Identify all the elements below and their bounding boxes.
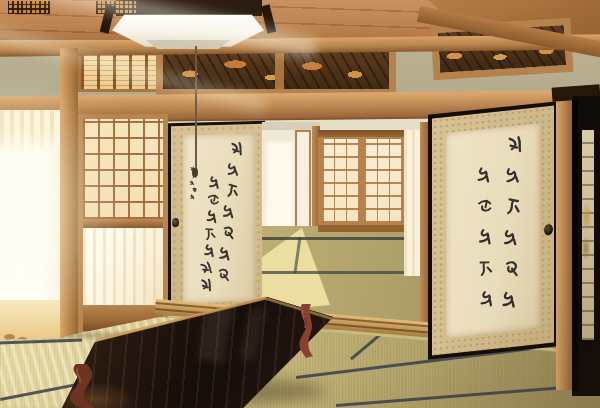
alcove-black-frame xyxy=(572,100,578,392)
shoji-screen xyxy=(320,137,361,225)
table-leg xyxy=(292,304,318,358)
lantern-cord-knob xyxy=(192,168,198,177)
calligraphy-strokes-left xyxy=(183,133,255,303)
calligraphy-strokes-right xyxy=(446,123,540,338)
bright-room-glow xyxy=(267,142,293,228)
tatami-seam xyxy=(262,271,406,274)
fusuma-door-right-calligraphy xyxy=(428,101,558,360)
washitsu-room-photo xyxy=(0,0,600,408)
dark-alcove xyxy=(572,96,600,396)
gold-glint xyxy=(579,196,594,266)
shoji-top-rail xyxy=(318,130,406,137)
calligraphy-sheet-left xyxy=(183,133,255,303)
lantern-pull-cord xyxy=(195,46,197,172)
fusuma-door-left-calligraphy xyxy=(168,121,265,316)
hikite-door-pull xyxy=(544,224,553,236)
shoji-screen xyxy=(363,137,404,225)
calligraphy-sheet-right xyxy=(446,123,540,338)
back-shoji-wall xyxy=(318,130,406,232)
hikite-door-pull xyxy=(172,218,179,227)
table-leg xyxy=(62,364,102,408)
open-doorway xyxy=(262,122,320,232)
open-door-leaf xyxy=(295,130,311,230)
shoji-bottom-rail xyxy=(318,225,406,232)
